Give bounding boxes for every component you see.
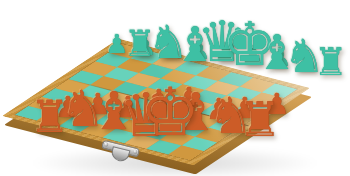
teal-rook-h8: ♜ [314,43,348,81]
chess-set-photo: ♜♞♝♛♚♝♞♜♟♟♟♟♟♟♟♟♟♟♟♟♟♟♟♟♜♞♝♛♚♝♞♜ [0,0,350,176]
orange-rook-a1: ♜ [30,95,69,139]
orange-rook-h1: ♜ [238,95,281,143]
orange-king-e1: ♚ [140,80,199,146]
